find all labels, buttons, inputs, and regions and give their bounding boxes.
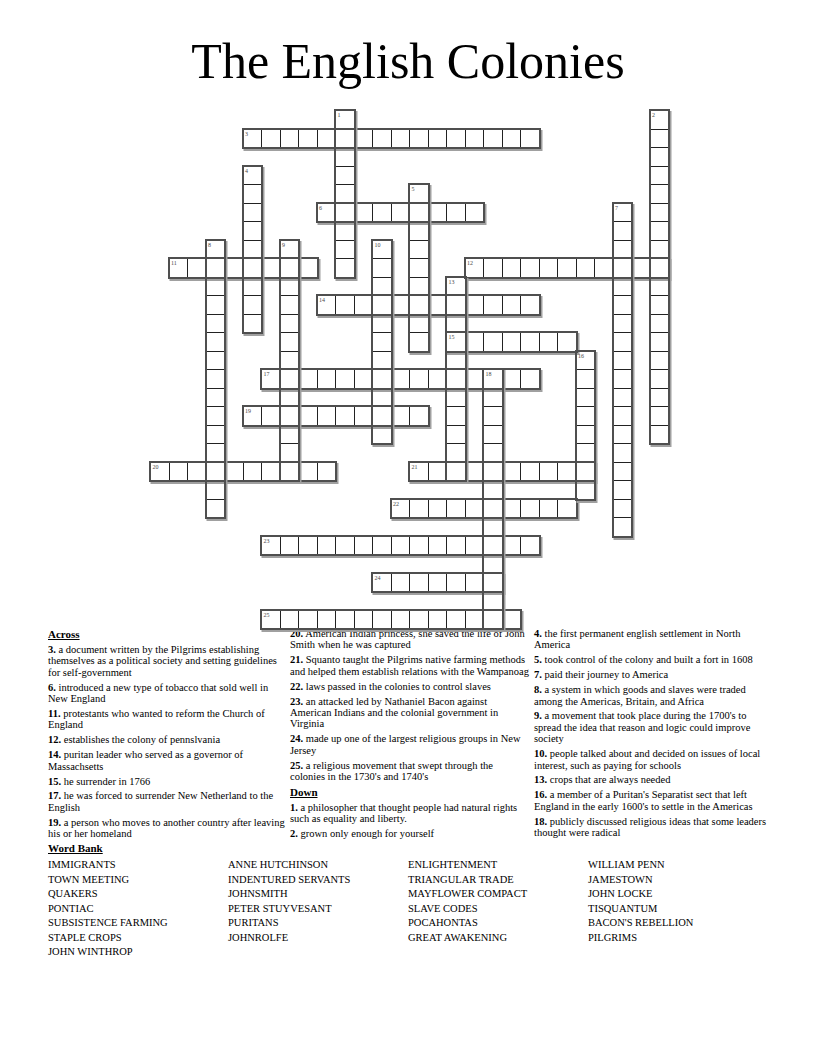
grid-cell[interactable] [280, 406, 300, 426]
grid-cell[interactable] [409, 369, 429, 389]
grid-cell[interactable] [261, 610, 281, 630]
grid-cell[interactable] [502, 499, 522, 519]
grid-cell[interactable] [409, 203, 429, 223]
grid-cell[interactable] [520, 295, 540, 315]
grid-cell[interactable] [465, 499, 485, 519]
grid-cell[interactable] [650, 277, 670, 297]
grid-cell[interactable] [409, 406, 429, 426]
grid-cell[interactable] [243, 203, 263, 223]
grid-cell[interactable] [280, 295, 300, 315]
grid-cell[interactable] [650, 129, 670, 149]
grid-cell[interactable] [372, 610, 392, 630]
grid-cell[interactable] [409, 499, 429, 519]
grid-cell[interactable] [520, 129, 540, 149]
grid-cell[interactable] [206, 332, 226, 352]
grid-cell[interactable] [261, 129, 281, 149]
grid-cell[interactable] [576, 406, 596, 426]
grid-cell[interactable] [206, 277, 226, 297]
grid-cell[interactable] [483, 406, 503, 426]
grid-cell[interactable] [372, 277, 392, 297]
grid-cell[interactable] [613, 425, 633, 445]
grid-cell[interactable] [613, 406, 633, 426]
clue-text: a movement that took place during the 17… [534, 710, 750, 744]
grid-cell[interactable] [613, 332, 633, 352]
grid-cell[interactable] [428, 462, 448, 482]
grid-cell[interactable] [372, 129, 392, 149]
grid-cell[interactable] [391, 203, 411, 223]
grid-cell[interactable] [650, 425, 670, 445]
grid-cell[interactable] [428, 369, 448, 389]
grid-cell[interactable] [446, 351, 466, 371]
grid-cell[interactable] [483, 129, 503, 149]
grid-cell[interactable] [243, 406, 263, 426]
grid-cell[interactable] [280, 314, 300, 334]
grid-cell[interactable] [613, 462, 633, 482]
grid-cell[interactable] [428, 573, 448, 593]
grid-cell[interactable] [206, 369, 226, 389]
grid-cell[interactable] [261, 462, 281, 482]
grid-cell[interactable] [335, 295, 355, 315]
grid-cell[interactable] [446, 277, 466, 297]
grid-cell[interactable] [335, 110, 355, 130]
grid-cell[interactable] [391, 129, 411, 149]
word-bank-item: PETER STUYVESANT [228, 902, 350, 917]
grid-cell[interactable] [465, 332, 485, 352]
grid-cell[interactable] [409, 129, 429, 149]
grid-cell[interactable] [409, 314, 429, 334]
grid-cell[interactable] [483, 462, 503, 482]
grid-cell[interactable] [335, 369, 355, 389]
word-bank-item: ANNE HUTCHINSON [228, 858, 350, 873]
grid-cell[interactable] [317, 462, 337, 482]
grid-cell[interactable] [520, 462, 540, 482]
grid-cell[interactable] [446, 129, 466, 149]
clue-text: he was forced to surrender New Netherlan… [48, 790, 273, 812]
grid-cell[interactable] [502, 462, 522, 482]
clue-text: a philosopher that thought people had na… [290, 802, 517, 824]
grid-cell[interactable] [354, 536, 374, 556]
grid-cell[interactable] [465, 610, 485, 630]
clue-item: 6. introduced a new type of tobacco that… [48, 682, 286, 705]
grid-cell[interactable] [613, 499, 633, 519]
grid-cell[interactable] [224, 258, 244, 278]
grid-cell[interactable] [650, 221, 670, 241]
word-bank-item: PURITANS [228, 916, 350, 931]
grid-cell[interactable] [520, 536, 540, 556]
grid-cell[interactable] [446, 499, 466, 519]
clue-text: paid their journey to America [542, 669, 668, 680]
grid-cell[interactable] [613, 221, 633, 241]
grid-cell[interactable] [372, 425, 392, 445]
grid-cell[interactable] [650, 166, 670, 186]
grid-cell[interactable] [335, 203, 355, 223]
grid-cell[interactable] [206, 314, 226, 334]
grid-cell[interactable] [650, 314, 670, 334]
grid-cell[interactable] [446, 332, 466, 352]
grid-cell[interactable] [150, 462, 170, 482]
grid-cell[interactable] [354, 203, 374, 223]
grid-cell[interactable] [576, 388, 596, 408]
grid-cell[interactable] [280, 425, 300, 445]
grid-cell[interactable] [335, 610, 355, 630]
grid-cell[interactable] [391, 369, 411, 389]
grid-cell[interactable] [391, 499, 411, 519]
grid-cell[interactable] [613, 351, 633, 371]
grid-cell[interactable] [206, 443, 226, 463]
grid-cell[interactable] [483, 295, 503, 315]
grid-cell[interactable] [391, 536, 411, 556]
grid-cell[interactable] [372, 258, 392, 278]
grid-cell[interactable] [650, 184, 670, 204]
grid-cell[interactable] [613, 240, 633, 260]
grid-cell[interactable] [206, 406, 226, 426]
crossword-board: 1234567891011121314151617181920212223242… [150, 110, 670, 630]
grid-cell[interactable] [483, 554, 503, 574]
grid-cell[interactable] [428, 295, 448, 315]
grid-cell[interactable] [280, 332, 300, 352]
grid-cell[interactable] [428, 203, 448, 223]
grid-cell[interactable] [539, 258, 559, 278]
grid-cell[interactable] [335, 240, 355, 260]
grid-cell[interactable] [650, 240, 670, 260]
grid-cell[interactable] [465, 462, 485, 482]
grid-cell[interactable] [539, 462, 559, 482]
clue-item: 1. a philosopher that thought people had… [290, 802, 530, 825]
grid-cell[interactable] [576, 462, 596, 482]
grid-cell[interactable] [243, 462, 263, 482]
grid-cell[interactable] [391, 573, 411, 593]
grid-cell[interactable] [298, 258, 318, 278]
grid-cell[interactable] [650, 351, 670, 371]
grid-cell[interactable] [483, 332, 503, 352]
clue-column-3: 4. the first permanent english settlemen… [534, 628, 772, 842]
grid-cell[interactable] [502, 610, 522, 630]
grid-cell[interactable] [446, 369, 466, 389]
grid-cell[interactable] [613, 480, 633, 500]
grid-cell[interactable] [354, 406, 374, 426]
grid-cell[interactable] [613, 277, 633, 297]
grid-cell[interactable] [483, 480, 503, 500]
grid-cell[interactable] [280, 277, 300, 297]
grid-cell[interactable] [298, 406, 318, 426]
grid-cell[interactable] [409, 221, 429, 241]
grid-cell[interactable] [446, 443, 466, 463]
grid-cell[interactable] [650, 258, 670, 278]
grid-cell[interactable] [335, 258, 355, 278]
grid-cell[interactable] [372, 351, 392, 371]
grid-cell[interactable] [298, 129, 318, 149]
grid-cell[interactable] [502, 258, 522, 278]
grid-cell[interactable] [483, 573, 503, 593]
grid-cell[interactable] [261, 258, 281, 278]
grid-cell[interactable] [502, 332, 522, 352]
clue-number: 25. [290, 760, 303, 771]
clue-number: 21. [290, 654, 303, 665]
grid-cell[interactable] [650, 147, 670, 167]
grid-cell[interactable] [372, 573, 392, 593]
grid-cell[interactable] [243, 277, 263, 297]
clue-number: 23. [290, 696, 303, 707]
grid-cell[interactable] [465, 369, 485, 389]
grid-cell[interactable] [520, 499, 540, 519]
grid-cell[interactable] [502, 295, 522, 315]
grid-cell[interactable] [280, 610, 300, 630]
grid-cell[interactable] [520, 369, 540, 389]
clue-item: 4. the first permanent english settlemen… [534, 628, 772, 651]
grid-cell[interactable] [631, 258, 651, 278]
grid-cell[interactable] [298, 610, 318, 630]
grid-cell[interactable] [372, 314, 392, 334]
grid-cell[interactable] [280, 462, 300, 482]
grid-cell[interactable] [539, 332, 559, 352]
grid-cell[interactable] [465, 295, 485, 315]
grid-cell[interactable] [613, 258, 633, 278]
grid-cell[interactable] [280, 536, 300, 556]
grid-cell[interactable] [335, 536, 355, 556]
grid-cell[interactable] [557, 258, 577, 278]
clue-item: 10. people talked about and decided on i… [534, 748, 772, 771]
grid-cell[interactable] [465, 536, 485, 556]
grid-cell[interactable] [372, 369, 392, 389]
grid-cell[interactable] [391, 610, 411, 630]
clue-text: grown only enough for yourself [298, 828, 434, 839]
grid-cell[interactable] [483, 425, 503, 445]
grid-cell[interactable] [206, 388, 226, 408]
grid-cell[interactable] [465, 573, 485, 593]
grid-cell[interactable] [594, 258, 614, 278]
grid-cell[interactable] [243, 295, 263, 315]
grid-cell[interactable] [206, 425, 226, 445]
clue-number: 15. [48, 776, 61, 787]
grid-cell[interactable] [650, 369, 670, 389]
grid-cell[interactable] [298, 536, 318, 556]
grid-cell[interactable] [428, 129, 448, 149]
grid-cell[interactable] [483, 591, 503, 611]
grid-cell[interactable] [465, 203, 485, 223]
grid-cell[interactable] [280, 351, 300, 371]
grid-cell[interactable] [613, 203, 633, 223]
grid-cell[interactable] [372, 295, 392, 315]
grid-cell[interactable] [446, 388, 466, 408]
grid-cell[interactable] [446, 295, 466, 315]
grid-cell[interactable] [206, 240, 226, 260]
grid-cell[interactable] [446, 536, 466, 556]
grid-cell[interactable] [576, 369, 596, 389]
grid-cell[interactable] [261, 406, 281, 426]
grid-cell[interactable] [243, 166, 263, 186]
grid-cell[interactable] [372, 203, 392, 223]
grid-cell[interactable] [280, 129, 300, 149]
grid-cell[interactable] [317, 610, 337, 630]
grid-cell[interactable] [557, 462, 577, 482]
grid-cell[interactable] [409, 610, 429, 630]
grid-cell[interactable] [613, 369, 633, 389]
clue-number: 13. [534, 774, 547, 785]
clue-item: 21. Squanto taught the Pilgrims native f… [290, 654, 530, 677]
grid-cell[interactable] [372, 332, 392, 352]
grid-cell[interactable] [206, 258, 226, 278]
grid-cell[interactable] [335, 166, 355, 186]
grid-cell[interactable] [372, 240, 392, 260]
grid-cell[interactable] [187, 462, 207, 482]
word-bank-column-1: IMMIGRANTSTOWN MEETINGQUAKERSPONTIACSUBS… [48, 858, 168, 960]
grid-cell[interactable] [206, 462, 226, 482]
grid-cell[interactable] [409, 295, 429, 315]
clue-text: Squanto taught the Pilgrims native farmi… [290, 654, 529, 676]
grid-cell[interactable] [335, 147, 355, 167]
grid-cell[interactable] [428, 536, 448, 556]
word-bank-item: IMMIGRANTS [48, 858, 168, 873]
word-bank-item: JOHNROLFE [228, 931, 350, 946]
grid-cell[interactable] [483, 369, 503, 389]
grid-cell[interactable] [483, 388, 503, 408]
grid-cell[interactable] [317, 536, 337, 556]
grid-cell[interactable] [446, 573, 466, 593]
grid-cell[interactable] [243, 221, 263, 241]
grid-cell[interactable] [224, 462, 244, 482]
clue-number: 20. [290, 628, 303, 639]
grid-cell[interactable] [243, 184, 263, 204]
grid-cell[interactable] [409, 184, 429, 204]
grid-cell[interactable] [354, 369, 374, 389]
grid-cell[interactable] [372, 536, 392, 556]
grid-cell[interactable] [483, 258, 503, 278]
grid-cell[interactable] [243, 314, 263, 334]
clue-text: publicly discussed religious ideas that … [534, 816, 766, 838]
word-bank-item: INDENTURED SERVANTS [228, 873, 350, 888]
grid-cell[interactable] [391, 406, 411, 426]
grid-cell[interactable] [391, 295, 411, 315]
grid-cell[interactable] [317, 129, 337, 149]
clue-text: the first permanent english settlement i… [534, 628, 740, 650]
clue-text: crops that are always needed [547, 774, 670, 785]
grid-cell[interactable] [446, 314, 466, 334]
grid-cell[interactable] [465, 258, 485, 278]
grid-cell[interactable] [613, 517, 633, 537]
grid-cell[interactable] [280, 240, 300, 260]
grid-cell[interactable] [335, 129, 355, 149]
grid-cell[interactable] [613, 295, 633, 315]
grid-cell[interactable] [317, 295, 337, 315]
grid-cell[interactable] [613, 443, 633, 463]
grid-cell[interactable] [169, 258, 189, 278]
grid-cell[interactable] [280, 443, 300, 463]
grid-cell[interactable] [650, 295, 670, 315]
grid-cell[interactable] [206, 351, 226, 371]
grid-cell[interactable] [520, 332, 540, 352]
grid-cell[interactable] [187, 258, 207, 278]
grid-cell[interactable] [650, 110, 670, 130]
grid-cell[interactable] [243, 240, 263, 260]
grid-cell[interactable] [502, 536, 522, 556]
clue-number: 18. [534, 816, 547, 827]
grid-cell[interactable] [243, 258, 263, 278]
grid-cell[interactable] [650, 332, 670, 352]
grid-cell[interactable] [650, 203, 670, 223]
grid-cell[interactable] [483, 536, 503, 556]
grid-cell[interactable] [502, 369, 522, 389]
grid-cell[interactable] [243, 129, 263, 149]
grid-cell[interactable] [613, 314, 633, 334]
grid-cell[interactable] [298, 369, 318, 389]
grid-cell[interactable] [280, 258, 300, 278]
grid-cell[interactable] [446, 462, 466, 482]
grid-cell[interactable] [502, 129, 522, 149]
grid-cell[interactable] [446, 406, 466, 426]
grid-cell[interactable] [298, 462, 318, 482]
grid-cell[interactable] [409, 258, 429, 278]
grid-cell[interactable] [409, 277, 429, 297]
grid-cell[interactable] [261, 369, 281, 389]
clue-item: 5. took control of the colony and built … [534, 654, 772, 665]
grid-cell[interactable] [520, 258, 540, 278]
grid-cell[interactable] [483, 443, 503, 463]
grid-cell[interactable] [372, 388, 392, 408]
grid-cell[interactable] [317, 369, 337, 389]
grid-cell[interactable] [335, 221, 355, 241]
grid-cell[interactable] [446, 425, 466, 445]
word-bank-item: WILLIAM PENN [588, 858, 693, 873]
grid-cell[interactable] [409, 240, 429, 260]
grid-cell[interactable] [576, 480, 596, 500]
grid-cell[interactable] [261, 536, 281, 556]
grid-cell[interactable] [428, 610, 448, 630]
grid-cell[interactable] [206, 295, 226, 315]
grid-cell[interactable] [169, 462, 189, 482]
grid-cell[interactable] [317, 406, 337, 426]
clue-item: 8. a system in which goods and slaves we… [534, 684, 772, 707]
grid-cell[interactable] [206, 480, 226, 500]
grid-cell[interactable] [465, 129, 485, 149]
grid-cell[interactable] [483, 517, 503, 537]
grid-cell[interactable] [372, 406, 392, 426]
grid-cell[interactable] [613, 388, 633, 408]
grid-cell[interactable] [576, 443, 596, 463]
grid-cell[interactable] [409, 536, 429, 556]
grid-cell[interactable] [354, 129, 374, 149]
grid-cell[interactable] [354, 295, 374, 315]
grid-cell[interactable] [483, 610, 503, 630]
grid-cell[interactable] [335, 406, 355, 426]
grid-cell[interactable] [446, 610, 466, 630]
grid-cell[interactable] [446, 203, 466, 223]
grid-cell[interactable] [539, 499, 559, 519]
grid-cell[interactable] [409, 462, 429, 482]
grid-cell[interactable] [409, 573, 429, 593]
grid-cell[interactable] [317, 203, 337, 223]
word-bank-item: BACON'S REBELLION [588, 916, 693, 931]
grid-cell[interactable] [409, 332, 429, 352]
clue-text: puritan leader who served as a governor … [48, 749, 243, 771]
clue-text: a member of a Puritan's Separatist sect … [534, 789, 753, 811]
grid-cell[interactable] [428, 499, 448, 519]
grid-cell[interactable] [206, 499, 226, 519]
grid-cell[interactable] [280, 388, 300, 408]
grid-cell[interactable] [483, 499, 503, 519]
grid-cell[interactable] [650, 388, 670, 408]
grid-cell[interactable] [650, 406, 670, 426]
grid-cell[interactable] [576, 351, 596, 371]
clue-text: a system in which goods and slaves were … [534, 684, 746, 706]
grid-cell[interactable] [576, 425, 596, 445]
grid-cell[interactable] [576, 258, 596, 278]
grid-cell[interactable] [335, 184, 355, 204]
grid-cell[interactable] [557, 332, 577, 352]
clue-item: 23. an attacked led by Nathaniel Bacon a… [290, 696, 530, 730]
grid-cell[interactable] [354, 610, 374, 630]
grid-cell[interactable] [557, 499, 577, 519]
grid-cell[interactable] [280, 369, 300, 389]
